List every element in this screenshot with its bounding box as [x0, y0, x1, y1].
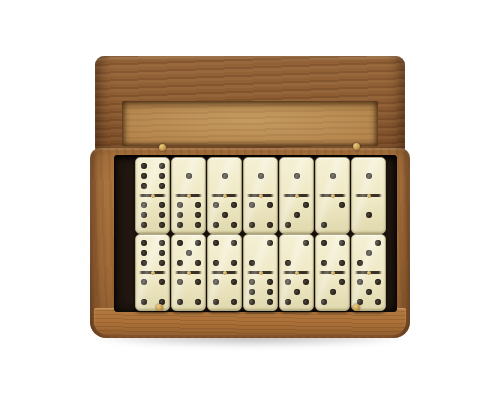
pip: [339, 202, 345, 208]
pip-grid: [319, 238, 346, 268]
pip: [366, 173, 372, 179]
tile-half-5: [172, 235, 205, 271]
pip: [231, 279, 237, 285]
pip-grid: [355, 161, 382, 191]
pip: [195, 202, 201, 208]
pip: [213, 299, 219, 305]
tile-half-6: [172, 197, 205, 233]
pip: [285, 222, 291, 228]
pip: [141, 299, 147, 305]
tile-half-3: [280, 197, 313, 233]
pip: [141, 183, 147, 189]
pip: [294, 212, 300, 218]
pip: [267, 222, 273, 228]
pip-grid: [211, 238, 238, 268]
tile-half-4: [172, 274, 205, 310]
pip: [321, 240, 327, 246]
hinge-pin-right-icon: [353, 143, 360, 150]
pip: [195, 260, 201, 266]
tile-half-1: [172, 158, 205, 194]
pip-grid: [139, 277, 166, 307]
pip: [231, 240, 237, 246]
pip: [375, 240, 381, 246]
pip: [321, 222, 327, 228]
pip: [213, 260, 219, 266]
tile-half-2: [280, 235, 313, 271]
pip: [141, 202, 147, 208]
pip-grid: [247, 200, 274, 230]
pip-grid: [319, 277, 346, 307]
tile-half-1: [208, 158, 241, 194]
pip: [141, 279, 147, 285]
pip: [267, 279, 273, 285]
tile-half-5: [280, 274, 313, 310]
pip: [267, 299, 273, 305]
pip: [159, 173, 165, 179]
domino-tile-3-5[interactable]: [351, 234, 386, 311]
case-base: [90, 148, 410, 338]
pip: [195, 240, 201, 246]
tile-half-6: [136, 235, 169, 271]
pip: [303, 299, 309, 305]
pip-grid: [175, 161, 202, 191]
domino-tile-1-4[interactable]: [243, 157, 278, 234]
pip: [159, 240, 165, 246]
pip: [177, 222, 183, 228]
tile-half-1: [244, 158, 277, 194]
pip: [303, 240, 309, 246]
pip: [159, 250, 165, 256]
pip-grid: [355, 277, 382, 307]
domino-tile-2-5[interactable]: [279, 234, 314, 311]
domino-board: [135, 156, 395, 311]
pip: [294, 289, 300, 295]
pip-grid: [247, 161, 274, 191]
pip: [294, 173, 300, 179]
pip: [366, 250, 372, 256]
pip: [321, 299, 327, 305]
pip-grid: [211, 200, 238, 230]
pip: [159, 260, 165, 266]
pip: [159, 163, 165, 169]
domino-tile-6-4[interactable]: [135, 234, 170, 311]
pip: [285, 279, 291, 285]
pip: [159, 183, 165, 189]
domino-tile-1-3[interactable]: [279, 157, 314, 234]
tile-half-5: [208, 197, 241, 233]
tile-tray: [114, 155, 397, 312]
domino-row-1: [135, 157, 395, 234]
tile-half-4: [244, 197, 277, 233]
pip: [231, 202, 237, 208]
magnet-pin-right-icon: [353, 304, 360, 311]
tile-half-4: [208, 235, 241, 271]
domino-tile-5-4[interactable]: [171, 234, 206, 311]
pip: [159, 202, 165, 208]
tile-half-1: [352, 158, 385, 194]
pip-grid: [139, 238, 166, 268]
pip: [330, 289, 336, 295]
pip: [366, 289, 372, 295]
pip: [375, 279, 381, 285]
pip: [321, 260, 327, 266]
pip: [249, 222, 255, 228]
pip-grid: [247, 238, 274, 268]
magnet-pin-left-icon: [156, 304, 163, 311]
pip: [159, 212, 165, 218]
pip: [330, 173, 336, 179]
pip: [159, 279, 165, 285]
pip: [285, 299, 291, 305]
pip: [231, 260, 237, 266]
pip-grid: [211, 161, 238, 191]
pip: [231, 299, 237, 305]
pip-grid: [175, 277, 202, 307]
pip: [177, 240, 183, 246]
pip-grid: [319, 161, 346, 191]
case-lid: [95, 56, 405, 150]
pip-grid: [283, 161, 310, 191]
tile-half-4: [136, 274, 169, 310]
pip: [141, 260, 147, 266]
pip: [375, 299, 381, 305]
pip-grid: [247, 277, 274, 307]
domino-tile-4-3[interactable]: [315, 234, 350, 311]
pip-grid: [283, 200, 310, 230]
pip: [141, 163, 147, 169]
pip: [267, 289, 273, 295]
domino-tile-1-1[interactable]: [351, 157, 386, 234]
pip: [195, 279, 201, 285]
tile-half-3: [352, 235, 385, 271]
pip: [213, 222, 219, 228]
pip: [249, 289, 255, 295]
pip: [186, 173, 192, 179]
pip-grid: [355, 238, 382, 268]
tile-half-3: [316, 274, 349, 310]
tile-half-4: [316, 235, 349, 271]
pip: [249, 260, 255, 266]
pip: [195, 299, 201, 305]
pip-grid: [139, 200, 166, 230]
tile-half-2: [316, 197, 349, 233]
pip: [195, 222, 201, 228]
pip: [177, 202, 183, 208]
pip: [258, 173, 264, 179]
pip-grid: [175, 238, 202, 268]
domino-tile-1-2[interactable]: [315, 157, 350, 234]
pip-grid: [139, 161, 166, 191]
pip: [267, 240, 273, 246]
domino-tile-4-4[interactable]: [207, 234, 242, 311]
domino-row-2: [135, 234, 395, 311]
tile-half-6: [136, 197, 169, 233]
pip-grid: [355, 200, 382, 230]
tile-half-6: [136, 158, 169, 194]
domino-tile-1-6[interactable]: [171, 157, 206, 234]
pip: [339, 260, 345, 266]
pip: [213, 279, 219, 285]
pip: [177, 299, 183, 305]
pip: [303, 202, 309, 208]
product-photo-stage: [0, 0, 500, 400]
pip: [357, 260, 363, 266]
pip: [159, 222, 165, 228]
pip: [222, 212, 228, 218]
pip: [177, 260, 183, 266]
tile-half-1: [280, 158, 313, 194]
tile-half-1: [352, 197, 385, 233]
pip: [357, 279, 363, 285]
tile-half-6: [244, 274, 277, 310]
tile-half-2: [244, 235, 277, 271]
pip: [177, 212, 183, 218]
pip: [213, 202, 219, 208]
pip: [141, 173, 147, 179]
domino-tile-6-6[interactable]: [135, 157, 170, 234]
pip-grid: [283, 238, 310, 268]
pip: [195, 212, 201, 218]
pip: [141, 250, 147, 256]
hinge-pin-left-icon: [159, 144, 166, 151]
lid-inner-panel: [122, 101, 378, 146]
pip: [186, 250, 192, 256]
tile-half-4: [208, 274, 241, 310]
case-front-rim: [94, 308, 406, 335]
pip: [222, 173, 228, 179]
pip: [249, 202, 255, 208]
pip-grid: [283, 277, 310, 307]
pip: [285, 260, 291, 266]
domino-tile-2-6[interactable]: [243, 234, 278, 311]
pip: [249, 299, 255, 305]
pip-grid: [319, 200, 346, 230]
domino-tile-1-5[interactable]: [207, 157, 242, 234]
pip: [141, 222, 147, 228]
pip: [249, 279, 255, 285]
tile-half-1: [316, 158, 349, 194]
pip: [366, 212, 372, 218]
pip: [141, 212, 147, 218]
pip: [339, 279, 345, 285]
pip: [339, 240, 345, 246]
pip: [213, 240, 219, 246]
pip: [141, 240, 147, 246]
pip: [267, 202, 273, 208]
pip-grid: [175, 200, 202, 230]
pip: [177, 279, 183, 285]
pip: [303, 279, 309, 285]
pip-grid: [211, 277, 238, 307]
pip: [231, 222, 237, 228]
